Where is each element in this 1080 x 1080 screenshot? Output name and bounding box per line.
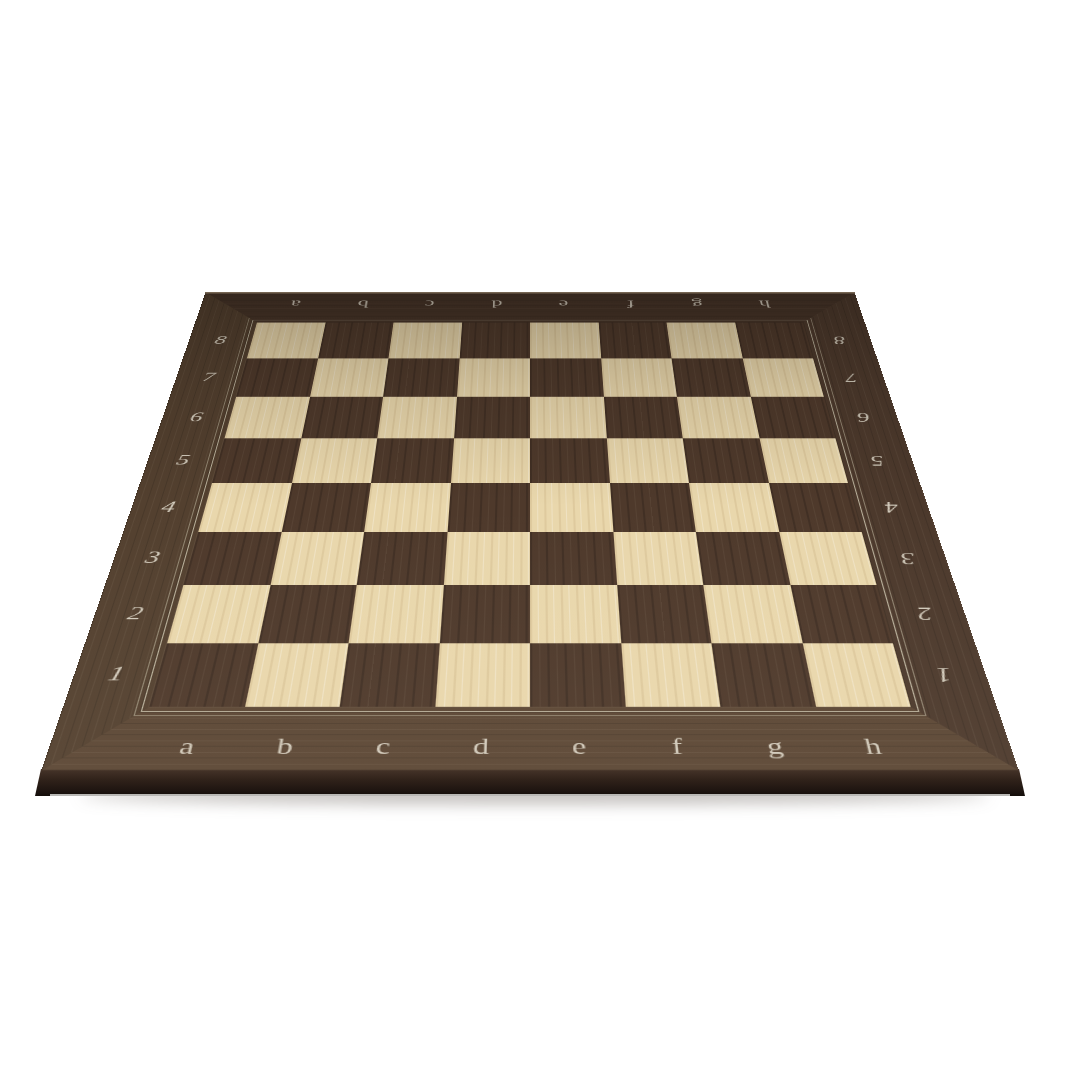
square-g6[interactable]: [677, 397, 759, 438]
rank-label-1: 1: [893, 643, 997, 707]
square-h4[interactable]: [769, 483, 862, 532]
square-h8[interactable]: [735, 323, 813, 359]
square-c1[interactable]: [340, 643, 440, 707]
square-a4[interactable]: [198, 483, 291, 532]
rank-label-8: 8: [803, 323, 877, 359]
square-g4[interactable]: [689, 483, 779, 532]
square-h1[interactable]: [802, 643, 911, 707]
square-d3[interactable]: [443, 532, 530, 585]
board-frame-bottom: [41, 707, 1018, 770]
square-b8[interactable]: [318, 323, 394, 359]
square-f5[interactable]: [606, 438, 689, 483]
square-f4[interactable]: [610, 483, 696, 532]
square-a5[interactable]: [212, 438, 301, 483]
file-label-f: f: [596, 289, 666, 319]
file-label-e: e: [530, 715, 630, 779]
square-b4[interactable]: [281, 483, 371, 532]
file-label-d: d: [430, 715, 530, 779]
square-b2[interactable]: [258, 585, 357, 643]
playing-field: [149, 323, 910, 707]
file-labels-top: abcdefgh: [257, 292, 803, 322]
square-d7[interactable]: [457, 358, 530, 396]
square-e2[interactable]: [530, 585, 621, 643]
square-h5[interactable]: [759, 438, 848, 483]
square-d6[interactable]: [454, 397, 530, 438]
file-label-h: h: [728, 289, 802, 319]
square-c2[interactable]: [349, 585, 444, 643]
square-d1[interactable]: [435, 643, 530, 707]
square-a1[interactable]: [149, 643, 258, 707]
square-a7[interactable]: [236, 358, 318, 396]
rank-label-3: 3: [862, 532, 955, 585]
square-b5[interactable]: [292, 438, 378, 483]
square-a8[interactable]: [247, 323, 325, 359]
square-f3[interactable]: [613, 532, 703, 585]
rank-label-4: 4: [848, 483, 937, 532]
file-label-e: e: [530, 289, 598, 319]
square-d8[interactable]: [459, 323, 530, 359]
square-e3[interactable]: [530, 532, 617, 585]
file-label-a: a: [129, 715, 243, 779]
square-e6[interactable]: [530, 397, 606, 438]
square-h3[interactable]: [779, 532, 877, 585]
file-label-a: a: [258, 289, 332, 319]
rank-label-7: 7: [170, 358, 247, 396]
square-f6[interactable]: [603, 397, 682, 438]
rank-label-5: 5: [835, 438, 920, 483]
board-front-edge: [35, 769, 1025, 796]
square-d4[interactable]: [447, 483, 530, 532]
square-e5[interactable]: [530, 438, 610, 483]
square-b6[interactable]: [301, 397, 383, 438]
file-label-c: c: [329, 715, 434, 779]
square-f7[interactable]: [601, 358, 677, 396]
file-label-g: g: [722, 715, 831, 779]
square-d2[interactable]: [439, 585, 530, 643]
rank-label-8: 8: [183, 323, 257, 359]
product-photo-stage: abcdefgh abcdefgh 87654321 87654321: [0, 0, 1080, 1080]
rank-label-5: 5: [140, 438, 225, 483]
square-c3[interactable]: [357, 532, 447, 585]
square-g8[interactable]: [667, 323, 743, 359]
square-f2[interactable]: [617, 585, 712, 643]
square-d5[interactable]: [451, 438, 531, 483]
file-label-d: d: [462, 289, 530, 319]
square-g1[interactable]: [711, 643, 815, 707]
square-b7[interactable]: [310, 358, 389, 396]
board-frame-top: [195, 292, 865, 322]
square-c7[interactable]: [383, 358, 459, 396]
file-label-b: b: [229, 715, 338, 779]
square-f8[interactable]: [598, 323, 671, 359]
square-a2[interactable]: [167, 585, 270, 643]
square-e8[interactable]: [530, 323, 601, 359]
square-a6[interactable]: [225, 397, 310, 438]
file-label-c: c: [394, 289, 464, 319]
file-labels-bottom: abcdefgh: [132, 707, 929, 770]
square-e1[interactable]: [530, 643, 625, 707]
rank-label-7: 7: [813, 358, 890, 396]
square-f1[interactable]: [621, 643, 721, 707]
square-c8[interactable]: [388, 323, 461, 359]
rank-label-4: 4: [123, 483, 212, 532]
square-e4[interactable]: [530, 483, 613, 532]
file-label-g: g: [662, 289, 734, 319]
square-c5[interactable]: [371, 438, 454, 483]
square-g7[interactable]: [672, 358, 751, 396]
square-c6[interactable]: [377, 397, 456, 438]
chess-board: abcdefgh abcdefgh 87654321 87654321: [41, 292, 1018, 770]
square-c4[interactable]: [364, 483, 450, 532]
rank-label-6: 6: [155, 397, 236, 438]
square-h2[interactable]: [790, 585, 893, 643]
square-e7[interactable]: [530, 358, 603, 396]
rank-label-6: 6: [824, 397, 905, 438]
rank-label-3: 3: [105, 532, 198, 585]
square-h7[interactable]: [742, 358, 824, 396]
file-label-f: f: [626, 715, 731, 779]
square-b3[interactable]: [270, 532, 364, 585]
rank-label-2: 2: [877, 585, 975, 643]
square-g2[interactable]: [703, 585, 802, 643]
square-a3[interactable]: [183, 532, 281, 585]
square-b1[interactable]: [244, 643, 348, 707]
file-label-h: h: [817, 715, 931, 779]
file-label-b: b: [326, 289, 398, 319]
square-h6[interactable]: [750, 397, 835, 438]
square-g3[interactable]: [696, 532, 790, 585]
square-g5[interactable]: [683, 438, 769, 483]
